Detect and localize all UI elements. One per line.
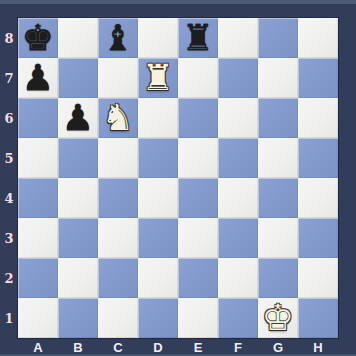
- square-h4[interactable]: [298, 178, 338, 218]
- black-king-a8[interactable]: ♚: [22, 18, 54, 58]
- square-h5[interactable]: [298, 138, 338, 178]
- rank-label-8: 8: [0, 18, 18, 58]
- square-f3[interactable]: [218, 218, 258, 258]
- square-h1[interactable]: [298, 298, 338, 338]
- square-e3[interactable]: [178, 218, 218, 258]
- square-d5[interactable]: [138, 138, 178, 178]
- white-knight-c6[interactable]: ♞: [102, 98, 134, 138]
- square-d7[interactable]: ♜: [138, 58, 178, 98]
- square-d8[interactable]: [138, 18, 178, 58]
- square-a1[interactable]: [18, 298, 58, 338]
- square-d2[interactable]: [138, 258, 178, 298]
- square-c2[interactable]: [98, 258, 138, 298]
- rank-label-2: 2: [0, 258, 18, 298]
- square-a8[interactable]: ♚: [18, 18, 58, 58]
- square-h8[interactable]: [298, 18, 338, 58]
- square-f5[interactable]: [218, 138, 258, 178]
- square-b5[interactable]: [58, 138, 98, 178]
- rank-label-3: 3: [0, 218, 18, 258]
- square-a5[interactable]: [18, 138, 58, 178]
- square-b3[interactable]: [58, 218, 98, 258]
- rank-label-7: 7: [0, 58, 18, 98]
- black-bishop-c8[interactable]: ♝: [102, 18, 134, 58]
- square-b6[interactable]: ♟: [58, 98, 98, 138]
- square-g2[interactable]: [258, 258, 298, 298]
- chess-board-window: ♚♝♜♟♜♟♞♚ 87654321 ABCDEFGH: [0, 0, 356, 356]
- square-c8[interactable]: ♝: [98, 18, 138, 58]
- square-e4[interactable]: [178, 178, 218, 218]
- square-h2[interactable]: [298, 258, 338, 298]
- square-e8[interactable]: ♜: [178, 18, 218, 58]
- square-h3[interactable]: [298, 218, 338, 258]
- square-h7[interactable]: [298, 58, 338, 98]
- square-e5[interactable]: [178, 138, 218, 178]
- square-b7[interactable]: [58, 58, 98, 98]
- square-b4[interactable]: [58, 178, 98, 218]
- square-f7[interactable]: [218, 58, 258, 98]
- square-g3[interactable]: [258, 218, 298, 258]
- square-d3[interactable]: [138, 218, 178, 258]
- square-g7[interactable]: [258, 58, 298, 98]
- square-c7[interactable]: [98, 58, 138, 98]
- square-g6[interactable]: [258, 98, 298, 138]
- rank-label-6: 6: [0, 98, 18, 138]
- square-e6[interactable]: [178, 98, 218, 138]
- white-rook-d7[interactable]: ♜: [142, 58, 174, 98]
- rank-label-5: 5: [0, 138, 18, 178]
- square-e1[interactable]: [178, 298, 218, 338]
- square-e2[interactable]: [178, 258, 218, 298]
- rank-label-1: 1: [0, 298, 18, 338]
- square-c5[interactable]: [98, 138, 138, 178]
- square-g5[interactable]: [258, 138, 298, 178]
- square-a7[interactable]: ♟: [18, 58, 58, 98]
- chess-board[interactable]: ♚♝♜♟♜♟♞♚: [18, 18, 338, 338]
- black-pawn-b6[interactable]: ♟: [62, 98, 94, 138]
- square-c6[interactable]: ♞: [98, 98, 138, 138]
- square-f2[interactable]: [218, 258, 258, 298]
- rank-label-4: 4: [0, 178, 18, 218]
- black-rook-e8[interactable]: ♜: [182, 18, 214, 58]
- square-b8[interactable]: [58, 18, 98, 58]
- square-e7[interactable]: [178, 58, 218, 98]
- square-a6[interactable]: [18, 98, 58, 138]
- square-f6[interactable]: [218, 98, 258, 138]
- square-f4[interactable]: [218, 178, 258, 218]
- square-g8[interactable]: [258, 18, 298, 58]
- black-pawn-a7[interactable]: ♟: [22, 58, 54, 98]
- square-f8[interactable]: [218, 18, 258, 58]
- square-c1[interactable]: [98, 298, 138, 338]
- square-d6[interactable]: [138, 98, 178, 138]
- square-a3[interactable]: [18, 218, 58, 258]
- square-a4[interactable]: [18, 178, 58, 218]
- square-d4[interactable]: [138, 178, 178, 218]
- square-g1[interactable]: ♚: [258, 298, 298, 338]
- square-c3[interactable]: [98, 218, 138, 258]
- square-a2[interactable]: [18, 258, 58, 298]
- square-b1[interactable]: [58, 298, 98, 338]
- white-king-g1[interactable]: ♚: [262, 298, 294, 338]
- square-b2[interactable]: [58, 258, 98, 298]
- square-c4[interactable]: [98, 178, 138, 218]
- window-top-edge-highlight: [0, 0, 356, 4]
- square-f1[interactable]: [218, 298, 258, 338]
- square-d1[interactable]: [138, 298, 178, 338]
- square-h6[interactable]: [298, 98, 338, 138]
- square-g4[interactable]: [258, 178, 298, 218]
- rank-labels-column: 87654321: [0, 18, 18, 338]
